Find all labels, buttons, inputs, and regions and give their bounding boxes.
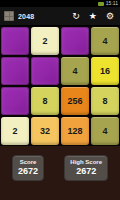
app-bar: 2048 ↻ ★ ⚙: [0, 7, 120, 26]
tile-32: 32: [31, 117, 59, 145]
empty-cell: [1, 87, 29, 115]
tile-2: 2: [1, 117, 29, 145]
battery-icon: [98, 2, 104, 6]
settings-icon[interactable]: ⚙: [106, 12, 114, 21]
tile-8: 8: [31, 87, 59, 115]
status-time: 15:11: [106, 1, 118, 6]
tile-8: 8: [91, 87, 119, 115]
tile-128: 128: [61, 117, 89, 145]
app-logo-icon: [4, 11, 14, 21]
tile-256: 256: [61, 87, 89, 115]
tile-2: 2: [31, 27, 59, 55]
app-title: 2048: [18, 13, 34, 20]
empty-cell: [61, 27, 89, 55]
high-score-label: High Score: [70, 159, 102, 166]
empty-cell: [1, 27, 29, 55]
score-label: Score: [18, 159, 38, 166]
tile-4: 4: [61, 57, 89, 85]
tile-4: 4: [91, 117, 119, 145]
high-score-box: High Score 2672: [64, 155, 108, 181]
score-area: Score 2672 High Score 2672: [0, 146, 120, 200]
score-box: Score 2672: [12, 155, 44, 181]
score-value: 2672: [18, 166, 38, 176]
game-board[interactable]: 24416825682321284: [0, 26, 120, 146]
empty-cell: [1, 57, 29, 85]
high-score-value: 2672: [70, 166, 102, 176]
empty-cell: [31, 57, 59, 85]
tile-16: 16: [91, 57, 119, 85]
star-icon[interactable]: ★: [89, 12, 97, 21]
status-bar: 15:11: [0, 0, 120, 7]
tile-4: 4: [91, 27, 119, 55]
restart-icon[interactable]: ↻: [72, 12, 80, 21]
